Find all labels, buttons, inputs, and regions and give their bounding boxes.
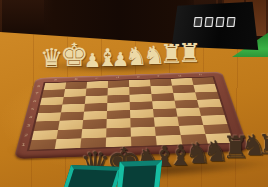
rank-label-2: 2: [24, 133, 28, 136]
clock-digit-1: [204, 17, 213, 27]
teal-tray-right: [116, 160, 162, 187]
rank-label-6: 6: [33, 100, 37, 103]
rank-label-5: 5: [31, 108, 35, 111]
rank-label-3: 3: [26, 124, 30, 127]
board-square-a1[interactable]: [29, 139, 56, 150]
file-label-f: f: [158, 75, 160, 77]
clock-digit-2: [215, 17, 224, 27]
file-label-g: g: [178, 74, 181, 76]
rank-label-7: 7: [35, 92, 39, 95]
teal-tray-left: [61, 165, 122, 187]
rank-label-8: 8: [37, 85, 41, 88]
file-label-e: e: [137, 76, 140, 78]
dark-piece-rook[interactable]: ♜: [258, 131, 268, 158]
file-label-c: c: [95, 77, 98, 79]
file-label-d: d: [116, 76, 119, 78]
file-label-h: h: [199, 73, 202, 75]
board-square-b1[interactable]: [55, 138, 82, 149]
rank-label-1: 1: [21, 143, 25, 147]
rank-label-4: 4: [29, 116, 33, 119]
chess-scene: abcdefgh87654321 ♛♚♟♝♟♞♞♜♜ ♛♚♞♝♝♞♞♜♞♜: [0, 0, 268, 187]
clock-display: [193, 17, 235, 27]
clock-digit-3: [226, 17, 235, 27]
file-label-a: a: [54, 79, 57, 81]
clock-digit-0: [193, 17, 202, 27]
file-label-b: b: [75, 78, 78, 80]
